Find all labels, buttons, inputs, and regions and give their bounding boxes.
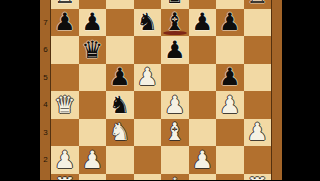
square-h3: ♟ bbox=[244, 119, 272, 147]
square-h4 bbox=[244, 91, 272, 119]
square-a5 bbox=[51, 64, 79, 92]
square-e1: ♚ bbox=[161, 174, 189, 181]
square-c1 bbox=[106, 174, 134, 181]
piece-black-pawn-e6: ♟ bbox=[164, 38, 186, 62]
piece-black-bishop-e7: ♝ bbox=[164, 10, 186, 34]
chess-board-frame: 87654321 ♜♚♜♟♟♞♝♟♟♛♟♟♟♟♛♞♟♟♞♝♟♟♟♟♜♚♜ bbox=[40, 0, 282, 180]
square-f5 bbox=[189, 64, 217, 92]
square-c3: ♞ bbox=[106, 119, 134, 147]
square-d4 bbox=[134, 91, 162, 119]
piece-black-pawn-a7: ♟ bbox=[54, 10, 76, 34]
square-f1 bbox=[189, 174, 217, 181]
piece-black-pawn-c5: ♟ bbox=[109, 65, 131, 89]
piece-white-pawn-g4: ♟ bbox=[219, 93, 241, 117]
square-h2 bbox=[244, 146, 272, 174]
piece-white-pawn-d5: ♟ bbox=[136, 65, 158, 89]
rank-label-1: 1 bbox=[40, 174, 51, 181]
square-d6 bbox=[134, 36, 162, 64]
chess-board: ♜♚♜♟♟♞♝♟♟♛♟♟♟♟♛♞♟♟♞♝♟♟♟♟♜♚♜ bbox=[51, 0, 271, 180]
square-c4: ♞ bbox=[106, 91, 134, 119]
square-h6 bbox=[244, 36, 272, 64]
rank-label-8: 8 bbox=[40, 0, 51, 9]
square-g6 bbox=[216, 36, 244, 64]
piece-white-pawn-b2: ♟ bbox=[81, 148, 103, 172]
square-c7 bbox=[106, 9, 134, 37]
square-e3: ♝ bbox=[161, 119, 189, 147]
square-b1 bbox=[79, 174, 107, 181]
rank-label-2: 2 bbox=[40, 146, 51, 174]
square-g2 bbox=[216, 146, 244, 174]
piece-white-pawn-a2: ♟ bbox=[54, 148, 76, 172]
square-b8 bbox=[79, 0, 107, 9]
square-g1 bbox=[216, 174, 244, 181]
rank-labels: 87654321 bbox=[40, 0, 51, 180]
rank-label-4: 4 bbox=[40, 91, 51, 119]
piece-white-rook-a1: ♜ bbox=[54, 175, 76, 180]
square-b2: ♟ bbox=[79, 146, 107, 174]
square-g8 bbox=[216, 0, 244, 9]
piece-white-knight-c3: ♞ bbox=[109, 120, 131, 144]
square-h8: ♜ bbox=[244, 0, 272, 9]
square-f3 bbox=[189, 119, 217, 147]
square-f4 bbox=[189, 91, 217, 119]
square-a6 bbox=[51, 36, 79, 64]
square-e2 bbox=[161, 146, 189, 174]
piece-black-pawn-f7: ♟ bbox=[191, 10, 213, 34]
square-e8: ♚ bbox=[161, 0, 189, 9]
square-g5: ♟ bbox=[216, 64, 244, 92]
square-d5: ♟ bbox=[134, 64, 162, 92]
square-e6: ♟ bbox=[161, 36, 189, 64]
square-a4: ♛ bbox=[51, 91, 79, 119]
piece-white-pawn-h3: ♟ bbox=[246, 120, 268, 144]
square-f7: ♟ bbox=[189, 9, 217, 37]
square-h1: ♜ bbox=[244, 174, 272, 181]
square-h7 bbox=[244, 9, 272, 37]
square-a8: ♜ bbox=[51, 0, 79, 9]
square-b3 bbox=[79, 119, 107, 147]
square-c8 bbox=[106, 0, 134, 9]
square-d1 bbox=[134, 174, 162, 181]
piece-black-knight-c4: ♞ bbox=[109, 93, 131, 117]
square-f2: ♟ bbox=[189, 146, 217, 174]
square-g7: ♟ bbox=[216, 9, 244, 37]
square-d2 bbox=[134, 146, 162, 174]
square-g4: ♟ bbox=[216, 91, 244, 119]
square-e4: ♟ bbox=[161, 91, 189, 119]
square-a3 bbox=[51, 119, 79, 147]
rank-label-7: 7 bbox=[40, 9, 51, 37]
square-c2 bbox=[106, 146, 134, 174]
piece-white-bishop-e3: ♝ bbox=[164, 120, 186, 144]
square-c6 bbox=[106, 36, 134, 64]
piece-black-pawn-b7: ♟ bbox=[81, 10, 103, 34]
piece-white-pawn-e4: ♟ bbox=[164, 93, 186, 117]
square-b7: ♟ bbox=[79, 9, 107, 37]
rank-label-3: 3 bbox=[40, 119, 51, 147]
square-b6: ♛ bbox=[79, 36, 107, 64]
square-c5: ♟ bbox=[106, 64, 134, 92]
square-a2: ♟ bbox=[51, 146, 79, 174]
square-b4 bbox=[79, 91, 107, 119]
piece-black-knight-d7: ♞ bbox=[136, 10, 158, 34]
piece-white-queen-a4: ♛ bbox=[54, 93, 76, 117]
square-d7: ♞ bbox=[134, 9, 162, 37]
square-d8 bbox=[134, 0, 162, 9]
piece-white-pawn-f2: ♟ bbox=[191, 148, 213, 172]
piece-black-queen-b6: ♛ bbox=[81, 38, 103, 62]
square-b5 bbox=[79, 64, 107, 92]
square-a7: ♟ bbox=[51, 9, 79, 37]
piece-black-pawn-g7: ♟ bbox=[219, 10, 241, 34]
square-e5 bbox=[161, 64, 189, 92]
square-a1: ♜ bbox=[51, 174, 79, 181]
piece-black-rook-h8: ♜ bbox=[246, 0, 268, 7]
square-f6 bbox=[189, 36, 217, 64]
rank-label-5: 5 bbox=[40, 64, 51, 92]
rank-label-6: 6 bbox=[40, 36, 51, 64]
piece-black-rook-a8: ♜ bbox=[54, 0, 76, 7]
chess-diagram-frame: 87654321 ♜♚♜♟♟♞♝♟♟♛♟♟♟♟♛♞♟♟♞♝♟♟♟♟♜♚♜ bbox=[0, 0, 320, 180]
square-h5 bbox=[244, 64, 272, 92]
piece-black-king-e8: ♚ bbox=[164, 0, 186, 7]
piece-white-rook-h1: ♜ bbox=[246, 175, 268, 180]
square-g3 bbox=[216, 119, 244, 147]
square-e7: ♝ bbox=[161, 9, 189, 37]
piece-white-king-e1: ♚ bbox=[164, 175, 186, 180]
square-d3 bbox=[134, 119, 162, 147]
piece-black-pawn-g5: ♟ bbox=[219, 65, 241, 89]
square-f8 bbox=[189, 0, 217, 9]
